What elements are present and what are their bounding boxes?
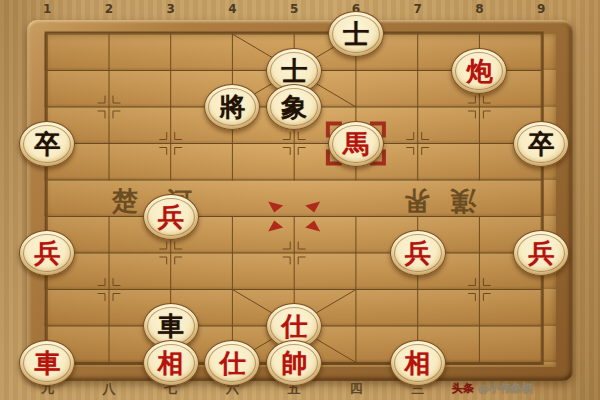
pieces-grid: 士士炮將象卒馬卒兵兵兵兵車仕車相仕帥相 [16, 16, 572, 381]
watermark-handle: @小伟象棋 [478, 381, 533, 396]
top-file-label: 7 [408, 2, 428, 16]
bottom-file-label: 四 [346, 380, 366, 398]
piece-red-soldier[interactable]: 兵 [19, 230, 75, 276]
top-file-label: 2 [99, 2, 119, 16]
watermark: 头条 @小伟象棋 [452, 381, 533, 396]
piece-red-chariot[interactable]: 車 [19, 340, 75, 386]
piece-red-soldier[interactable]: 兵 [390, 230, 446, 276]
top-file-label: 3 [161, 2, 181, 16]
watermark-brand: 头条 [452, 381, 474, 396]
piece-black-soldier[interactable]: 卒 [513, 121, 569, 167]
piece-red-elephant[interactable]: 相 [390, 340, 446, 386]
top-file-label: 5 [284, 2, 304, 16]
top-file-label: 4 [222, 2, 242, 16]
xiangqi-board-app: 楚河 漢界 士士炮將象卒馬卒兵兵兵兵車仕車相仕帥相 头条 @小伟象棋 12345… [0, 0, 600, 400]
top-file-label: 9 [531, 2, 551, 16]
piece-black-elephant[interactable]: 象 [266, 84, 322, 130]
top-file-label: 8 [469, 2, 489, 16]
piece-red-cannon[interactable]: 炮 [451, 48, 507, 94]
top-file-label: 1 [37, 2, 57, 16]
piece-black-soldier[interactable]: 卒 [19, 121, 75, 167]
piece-red-elephant[interactable]: 相 [143, 340, 199, 386]
piece-red-soldier[interactable]: 兵 [143, 194, 199, 240]
piece-red-advisor[interactable]: 仕 [204, 340, 260, 386]
piece-black-general[interactable]: 將 [204, 84, 260, 130]
piece-red-soldier[interactable]: 兵 [513, 230, 569, 276]
piece-red-general[interactable]: 帥 [266, 340, 322, 386]
piece-black-advisor[interactable]: 士 [328, 11, 384, 57]
piece-red-horse[interactable]: 馬 [328, 121, 384, 167]
bottom-file-label: 八 [99, 380, 119, 398]
